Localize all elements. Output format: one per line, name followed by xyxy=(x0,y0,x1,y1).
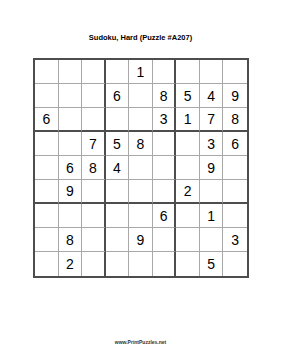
cell-r3c3 xyxy=(82,108,106,132)
cell-r9c2: 2 xyxy=(59,252,83,276)
cell-r8c7 xyxy=(176,228,200,252)
cell-r5c2: 6 xyxy=(59,156,83,180)
cell-r2c3 xyxy=(82,84,106,108)
cell-r2c1 xyxy=(35,84,59,108)
cell-r8c6 xyxy=(153,228,177,252)
cell-r6c6 xyxy=(153,180,177,204)
cell-r8c2: 8 xyxy=(59,228,83,252)
cell-r4c2 xyxy=(59,132,83,156)
cell-r5c7 xyxy=(176,156,200,180)
cell-r1c1 xyxy=(35,60,59,84)
cell-r3c7: 1 xyxy=(176,108,200,132)
cell-r3c5 xyxy=(129,108,153,132)
cell-r1c6 xyxy=(153,60,177,84)
cell-r5c6 xyxy=(153,156,177,180)
cell-r9c5 xyxy=(129,252,153,276)
puzzle-title: Sudoku, Hard (Puzzle #A207) xyxy=(0,33,281,42)
printable-puzzle-page: Sudoku, Hard (Puzzle #A207) 168549631787… xyxy=(0,0,281,363)
cell-r4c9: 6 xyxy=(223,132,247,156)
cell-r4c3: 7 xyxy=(82,132,106,156)
cell-r3c9: 8 xyxy=(223,108,247,132)
cell-r7c2 xyxy=(59,204,83,228)
cell-r7c7 xyxy=(176,204,200,228)
cell-r7c4 xyxy=(106,204,130,228)
cell-r6c4 xyxy=(106,180,130,204)
cell-r3c8: 7 xyxy=(200,108,224,132)
cell-r9c9 xyxy=(223,252,247,276)
cell-r1c9 xyxy=(223,60,247,84)
cell-r2c7: 5 xyxy=(176,84,200,108)
cell-r5c3: 8 xyxy=(82,156,106,180)
cell-r6c1 xyxy=(35,180,59,204)
cell-r5c8: 9 xyxy=(200,156,224,180)
cell-r1c3 xyxy=(82,60,106,84)
cell-r4c4: 5 xyxy=(106,132,130,156)
cell-r4c5: 8 xyxy=(129,132,153,156)
footer-url: www.PrintPuzzles.net xyxy=(0,339,281,345)
cell-r8c5: 9 xyxy=(129,228,153,252)
cell-r8c8 xyxy=(200,228,224,252)
cell-r3c4 xyxy=(106,108,130,132)
cell-r8c9: 3 xyxy=(223,228,247,252)
cell-r1c5: 1 xyxy=(129,60,153,84)
cell-r6c3 xyxy=(82,180,106,204)
cell-r9c4 xyxy=(106,252,130,276)
cell-r3c2 xyxy=(59,108,83,132)
cell-r4c1 xyxy=(35,132,59,156)
cell-r9c7 xyxy=(176,252,200,276)
cell-r8c3 xyxy=(82,228,106,252)
cell-r1c2 xyxy=(59,60,83,84)
cell-r7c6: 6 xyxy=(153,204,177,228)
cell-r9c3 xyxy=(82,252,106,276)
cell-r6c8 xyxy=(200,180,224,204)
cell-r5c9 xyxy=(223,156,247,180)
cell-r2c9: 9 xyxy=(223,84,247,108)
cell-r4c8: 3 xyxy=(200,132,224,156)
cell-r4c6 xyxy=(153,132,177,156)
cell-r9c1 xyxy=(35,252,59,276)
cell-r3c6: 3 xyxy=(153,108,177,132)
cell-r3c1: 6 xyxy=(35,108,59,132)
cell-r6c5 xyxy=(129,180,153,204)
sudoku-board: 16854963178758366849926189325 xyxy=(33,58,249,278)
cell-r7c1 xyxy=(35,204,59,228)
cell-r4c7 xyxy=(176,132,200,156)
cell-r6c9 xyxy=(223,180,247,204)
cell-r8c4 xyxy=(106,228,130,252)
cell-r2c5 xyxy=(129,84,153,108)
cell-r5c4: 4 xyxy=(106,156,130,180)
cell-r1c7 xyxy=(176,60,200,84)
cell-r9c8: 5 xyxy=(200,252,224,276)
cell-r6c2: 9 xyxy=(59,180,83,204)
cell-r5c5 xyxy=(129,156,153,180)
cell-r2c8: 4 xyxy=(200,84,224,108)
cell-r7c8: 1 xyxy=(200,204,224,228)
cell-r8c1 xyxy=(35,228,59,252)
cell-r7c3 xyxy=(82,204,106,228)
cell-r2c2 xyxy=(59,84,83,108)
cell-r2c4: 6 xyxy=(106,84,130,108)
cell-r5c1 xyxy=(35,156,59,180)
cell-r9c6 xyxy=(153,252,177,276)
cell-r7c9 xyxy=(223,204,247,228)
cell-r1c4 xyxy=(106,60,130,84)
cell-r1c8 xyxy=(200,60,224,84)
cell-r6c7: 2 xyxy=(176,180,200,204)
cell-r2c6: 8 xyxy=(153,84,177,108)
cell-r7c5 xyxy=(129,204,153,228)
